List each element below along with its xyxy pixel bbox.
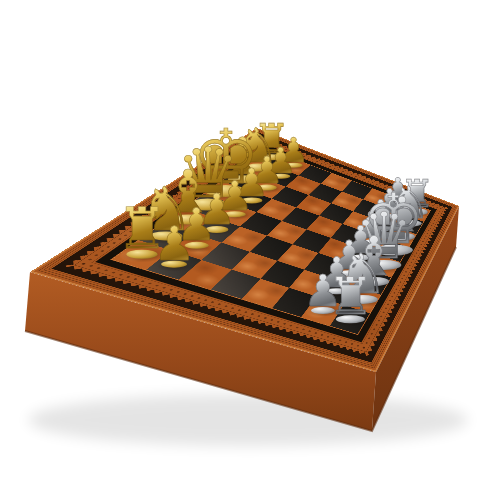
product-photo-canvas: ♜♟♞♟♝♟♚♟♟♛♜♟♟♝♞♟♟♞♝♟♟♚♜♟♟♛♟♝♟♞♟♜ bbox=[0, 0, 480, 480]
board-shadow bbox=[28, 394, 468, 446]
